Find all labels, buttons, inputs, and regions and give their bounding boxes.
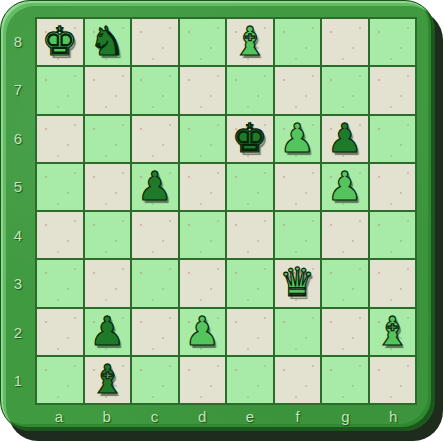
- file-label-f: f: [296, 408, 300, 425]
- square-d4[interactable]: [180, 212, 226, 258]
- piece-white-pawn[interactable]: ♟: [279, 118, 315, 158]
- square-h3[interactable]: [370, 260, 416, 306]
- piece-black-bishop[interactable]: ♝: [89, 359, 125, 399]
- square-b3[interactable]: [85, 260, 131, 306]
- square-f8[interactable]: [275, 19, 321, 65]
- square-g1[interactable]: [322, 357, 368, 403]
- square-f6[interactable]: ♟: [275, 116, 321, 162]
- file-label-d: d: [198, 408, 206, 425]
- rank-label-7: 7: [14, 81, 22, 98]
- file-label-a: a: [55, 408, 63, 425]
- square-c6[interactable]: [132, 116, 178, 162]
- square-h5[interactable]: [370, 164, 416, 210]
- rank-label-3: 3: [14, 275, 22, 292]
- square-a4[interactable]: [37, 212, 83, 258]
- square-d1[interactable]: [180, 357, 226, 403]
- square-d3[interactable]: [180, 260, 226, 306]
- square-a5[interactable]: [37, 164, 83, 210]
- square-f3[interactable]: ♛: [275, 260, 321, 306]
- square-c5[interactable]: ♟: [132, 164, 178, 210]
- file-label-b: b: [102, 408, 110, 425]
- square-c1[interactable]: [132, 357, 178, 403]
- square-g2[interactable]: [322, 309, 368, 355]
- rank-label-1: 1: [14, 372, 22, 389]
- piece-white-king[interactable]: ♚: [42, 21, 78, 61]
- square-h6[interactable]: [370, 116, 416, 162]
- piece-black-pawn[interactable]: ♟: [327, 118, 363, 158]
- square-e1[interactable]: [227, 357, 273, 403]
- square-e7[interactable]: [227, 67, 273, 113]
- square-g3[interactable]: [322, 260, 368, 306]
- rank-label-2: 2: [14, 324, 22, 341]
- square-d8[interactable]: [180, 19, 226, 65]
- square-f1[interactable]: [275, 357, 321, 403]
- square-d5[interactable]: [180, 164, 226, 210]
- file-label-e: e: [246, 408, 254, 425]
- file-labels: abcdefgh: [35, 404, 417, 429]
- rank-label-5: 5: [14, 178, 22, 195]
- square-e2[interactable]: [227, 309, 273, 355]
- square-b2[interactable]: ♟: [85, 309, 131, 355]
- square-d6[interactable]: [180, 116, 226, 162]
- square-a7[interactable]: [37, 67, 83, 113]
- square-f5[interactable]: [275, 164, 321, 210]
- square-b5[interactable]: [85, 164, 131, 210]
- square-h8[interactable]: [370, 19, 416, 65]
- board-frame: 87654321 abcdefgh ♚♞♝♚♟♟♟♟♛♟♟♝♝: [0, 0, 435, 431]
- square-a6[interactable]: [37, 116, 83, 162]
- file-label-c: c: [151, 408, 159, 425]
- piece-black-knight[interactable]: ♞: [89, 21, 125, 61]
- square-e6[interactable]: ♚: [227, 116, 273, 162]
- square-g7[interactable]: [322, 67, 368, 113]
- square-a3[interactable]: [37, 260, 83, 306]
- square-b1[interactable]: ♝: [85, 357, 131, 403]
- square-h7[interactable]: [370, 67, 416, 113]
- square-c2[interactable]: [132, 309, 178, 355]
- piece-white-bishop[interactable]: ♝: [232, 21, 268, 61]
- square-e5[interactable]: [227, 164, 273, 210]
- piece-black-pawn[interactable]: ♟: [137, 166, 173, 206]
- piece-black-king[interactable]: ♚: [232, 118, 268, 158]
- square-h4[interactable]: [370, 212, 416, 258]
- square-a8[interactable]: ♚: [37, 19, 83, 65]
- square-b6[interactable]: [85, 116, 131, 162]
- square-b8[interactable]: ♞: [85, 19, 131, 65]
- piece-black-pawn[interactable]: ♟: [89, 311, 125, 351]
- piece-white-pawn[interactable]: ♟: [327, 166, 363, 206]
- square-b7[interactable]: [85, 67, 131, 113]
- file-label-h: h: [389, 408, 397, 425]
- square-f4[interactable]: [275, 212, 321, 258]
- chess-board: ♚♞♝♚♟♟♟♟♛♟♟♝♝: [35, 17, 417, 405]
- file-label-g: g: [341, 408, 349, 425]
- square-e4[interactable]: [227, 212, 273, 258]
- square-d2[interactable]: ♟: [180, 309, 226, 355]
- square-a1[interactable]: [37, 357, 83, 403]
- piece-white-queen[interactable]: ♛: [279, 262, 315, 302]
- square-c8[interactable]: [132, 19, 178, 65]
- square-h2[interactable]: ♝: [370, 309, 416, 355]
- piece-white-pawn[interactable]: ♟: [184, 311, 220, 351]
- square-f2[interactable]: [275, 309, 321, 355]
- rank-label-8: 8: [14, 33, 22, 50]
- square-e3[interactable]: [227, 260, 273, 306]
- rank-label-6: 6: [14, 130, 22, 147]
- square-g8[interactable]: [322, 19, 368, 65]
- square-g5[interactable]: ♟: [322, 164, 368, 210]
- square-e8[interactable]: ♝: [227, 19, 273, 65]
- square-d7[interactable]: [180, 67, 226, 113]
- square-g6[interactable]: ♟: [322, 116, 368, 162]
- square-c4[interactable]: [132, 212, 178, 258]
- square-f7[interactable]: [275, 67, 321, 113]
- rank-labels: 87654321: [1, 17, 35, 405]
- square-b4[interactable]: [85, 212, 131, 258]
- piece-white-bishop[interactable]: ♝: [374, 311, 410, 351]
- square-c7[interactable]: [132, 67, 178, 113]
- square-h1[interactable]: [370, 357, 416, 403]
- square-g4[interactable]: [322, 212, 368, 258]
- square-a2[interactable]: [37, 309, 83, 355]
- rank-label-4: 4: [14, 227, 22, 244]
- square-c3[interactable]: [132, 260, 178, 306]
